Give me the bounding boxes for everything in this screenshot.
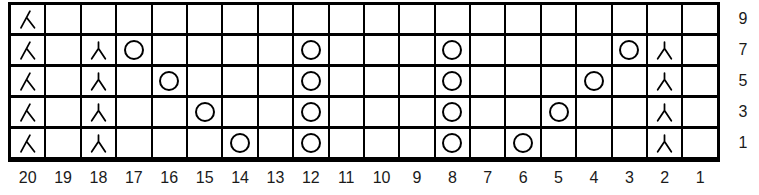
cell-r1-c19 <box>46 129 79 157</box>
cell-r5-c19 <box>46 67 79 95</box>
column-label: 3 <box>613 165 646 191</box>
column-label: 13 <box>259 165 292 191</box>
cell-r1-c14 <box>223 129 256 157</box>
cell-r5-c20 <box>11 67 44 95</box>
cell-r3-c10 <box>365 98 398 126</box>
cell-r1-c17 <box>117 129 150 157</box>
column-label: 9 <box>400 165 433 191</box>
cell-r3-c8 <box>436 98 469 126</box>
cell-r3-c20 <box>11 98 44 126</box>
cell-r5-c16 <box>153 67 186 95</box>
cell-r7-c3 <box>613 36 646 64</box>
yarn-over-icon <box>584 71 604 91</box>
cell-r9-c7 <box>471 5 504 33</box>
cell-r1-c15 <box>188 129 221 157</box>
cell-r5-c18 <box>82 67 115 95</box>
row-labels: 97531 <box>728 2 758 157</box>
cell-r5-c3 <box>613 67 646 95</box>
cell-r7-c17 <box>117 36 150 64</box>
cell-r3-c12 <box>294 98 327 126</box>
cell-r9-c11 <box>330 5 363 33</box>
column-label: 6 <box>506 165 539 191</box>
k2tog-decrease-icon <box>17 132 38 155</box>
cell-r1-c13 <box>259 129 292 157</box>
cell-r7-c11 <box>330 36 363 64</box>
cell-r7-c13 <box>259 36 292 64</box>
cell-r3-c6 <box>506 98 539 126</box>
cell-r5-c6 <box>506 67 539 95</box>
cell-r5-c5 <box>542 67 575 95</box>
cell-r3-c1 <box>683 98 716 126</box>
cell-r9-c8 <box>436 5 469 33</box>
cell-r1-c11 <box>330 129 363 157</box>
cell-r7-c14 <box>223 36 256 64</box>
yarn-over-icon <box>195 102 215 122</box>
column-label: 1 <box>683 165 716 191</box>
yarn-over-icon <box>159 71 179 91</box>
cell-r7-c7 <box>471 36 504 64</box>
cell-r9-c16 <box>153 5 186 33</box>
cell-r7-c12 <box>294 36 327 64</box>
cell-r7-c10 <box>365 36 398 64</box>
cell-r9-c17 <box>117 5 150 33</box>
cell-r5-c13 <box>259 67 292 95</box>
cell-r9-c19 <box>46 5 79 33</box>
column-label: 11 <box>330 165 363 191</box>
yarn-over-icon <box>301 133 321 153</box>
cell-r7-c20 <box>11 36 44 64</box>
yarn-over-icon <box>301 71 321 91</box>
k2tog-decrease-icon <box>17 70 38 93</box>
cell-r3-c2 <box>648 98 681 126</box>
cell-r3-c19 <box>46 98 79 126</box>
column-label: 5 <box>542 165 575 191</box>
cell-r3-c7 <box>471 98 504 126</box>
row-label: 7 <box>728 36 758 64</box>
cell-r5-c11 <box>330 67 363 95</box>
cell-r3-c11 <box>330 98 363 126</box>
cell-r7-c15 <box>188 36 221 64</box>
column-label: 14 <box>223 165 256 191</box>
column-label: 2 <box>648 165 681 191</box>
column-label: 15 <box>188 165 221 191</box>
column-label: 20 <box>11 165 44 191</box>
cell-r5-c14 <box>223 67 256 95</box>
centered-double-decrease-icon <box>654 39 675 62</box>
cell-r3-c5 <box>542 98 575 126</box>
cell-r7-c4 <box>577 36 610 64</box>
chart-grid <box>8 2 720 162</box>
cell-r9-c20 <box>11 5 44 33</box>
column-label: 19 <box>46 165 79 191</box>
cell-r7-c8 <box>436 36 469 64</box>
cell-r1-c12 <box>294 129 327 157</box>
cell-r3-c4 <box>577 98 610 126</box>
yarn-over-icon <box>301 102 321 122</box>
cell-r7-c1 <box>683 36 716 64</box>
cell-r5-c4 <box>577 67 610 95</box>
centered-double-decrease-icon <box>88 39 109 62</box>
column-label: 4 <box>577 165 610 191</box>
cell-r9-c1 <box>683 5 716 33</box>
cell-r1-c2 <box>648 129 681 157</box>
cell-r1-c10 <box>365 129 398 157</box>
cell-r9-c10 <box>365 5 398 33</box>
cell-r5-c17 <box>117 67 150 95</box>
yarn-over-icon <box>230 133 250 153</box>
cell-r5-c15 <box>188 67 221 95</box>
yarn-over-icon <box>124 40 144 60</box>
column-label: 16 <box>153 165 186 191</box>
cell-r7-c6 <box>506 36 539 64</box>
column-label: 8 <box>436 165 469 191</box>
cell-r3-c9 <box>400 98 433 126</box>
cell-r9-c4 <box>577 5 610 33</box>
cell-r9-c15 <box>188 5 221 33</box>
centered-double-decrease-icon <box>88 70 109 93</box>
yarn-over-icon <box>442 40 462 60</box>
yarn-over-icon <box>442 133 462 153</box>
row-label: 3 <box>728 98 758 126</box>
yarn-over-icon <box>513 133 533 153</box>
cell-r7-c5 <box>542 36 575 64</box>
cell-r7-c2 <box>648 36 681 64</box>
cell-r9-c12 <box>294 5 327 33</box>
column-label: 18 <box>82 165 115 191</box>
centered-double-decrease-icon <box>88 101 109 124</box>
cell-r5-c2 <box>648 67 681 95</box>
yarn-over-icon <box>442 71 462 91</box>
cell-r3-c17 <box>117 98 150 126</box>
column-label: 12 <box>294 165 327 191</box>
centered-double-decrease-icon <box>654 132 675 155</box>
cell-r3-c16 <box>153 98 186 126</box>
k2tog-decrease-icon <box>17 39 38 62</box>
cell-r9-c5 <box>542 5 575 33</box>
cell-r9-c18 <box>82 5 115 33</box>
cell-r1-c3 <box>613 129 646 157</box>
cell-r7-c19 <box>46 36 79 64</box>
cell-r9-c9 <box>400 5 433 33</box>
row-label: 1 <box>728 129 758 157</box>
centered-double-decrease-icon <box>654 70 675 93</box>
cell-r9-c2 <box>648 5 681 33</box>
cell-r1-c16 <box>153 129 186 157</box>
cell-r1-c8 <box>436 129 469 157</box>
cell-r9-c14 <box>223 5 256 33</box>
column-labels: 2019181716151413121110987654321 <box>8 165 720 191</box>
cell-r9-c13 <box>259 5 292 33</box>
row-label: 9 <box>728 5 758 33</box>
yarn-over-icon <box>301 40 321 60</box>
cell-r1-c20 <box>11 129 44 157</box>
yarn-over-icon <box>549 102 569 122</box>
cell-r7-c9 <box>400 36 433 64</box>
cell-r1-c6 <box>506 129 539 157</box>
centered-double-decrease-icon <box>88 132 109 155</box>
cell-r5-c12 <box>294 67 327 95</box>
k2tog-decrease-icon <box>17 8 38 31</box>
cell-r5-c9 <box>400 67 433 95</box>
cell-r9-c6 <box>506 5 539 33</box>
cell-r3-c14 <box>223 98 256 126</box>
cell-r5-c1 <box>683 67 716 95</box>
cell-r5-c10 <box>365 67 398 95</box>
cell-r1-c7 <box>471 129 504 157</box>
cell-r1-c4 <box>577 129 610 157</box>
column-label: 7 <box>471 165 504 191</box>
column-label: 10 <box>365 165 398 191</box>
yarn-over-icon <box>442 102 462 122</box>
cell-r3-c15 <box>188 98 221 126</box>
cell-r3-c13 <box>259 98 292 126</box>
cell-r3-c18 <box>82 98 115 126</box>
cell-r7-c18 <box>82 36 115 64</box>
column-label: 17 <box>117 165 150 191</box>
cell-r5-c8 <box>436 67 469 95</box>
cell-r3-c3 <box>613 98 646 126</box>
knitting-chart: 2019181716151413121110987654321 97531 <box>0 0 759 195</box>
cell-r9-c3 <box>613 5 646 33</box>
cell-r1-c18 <box>82 129 115 157</box>
cell-r5-c7 <box>471 67 504 95</box>
cell-r1-c9 <box>400 129 433 157</box>
cell-r1-c1 <box>683 129 716 157</box>
row-label: 5 <box>728 67 758 95</box>
centered-double-decrease-icon <box>654 101 675 124</box>
k2tog-decrease-icon <box>17 101 38 124</box>
yarn-over-icon <box>619 40 639 60</box>
cell-r7-c16 <box>153 36 186 64</box>
cell-r1-c5 <box>542 129 575 157</box>
